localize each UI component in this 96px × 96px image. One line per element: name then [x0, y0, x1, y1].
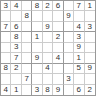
sudoku-cell-given: 9	[64, 11, 74, 21]
sudoku-cell-empty[interactable]	[11, 74, 21, 84]
sudoku-cell-given: 4	[53, 53, 63, 63]
sudoku-cell-given: 8	[32, 1, 42, 11]
sudoku-cell-empty[interactable]	[32, 74, 42, 84]
sudoku-cell-given: 4	[1, 85, 11, 95]
sudoku-cell-given: 8	[43, 85, 53, 95]
sudoku-cell-given: 5	[74, 64, 84, 74]
sudoku-cell-empty[interactable]	[53, 74, 63, 84]
sudoku-cell-given: 3	[11, 43, 21, 53]
sudoku-cell-empty[interactable]	[85, 43, 95, 53]
sudoku-cell-empty[interactable]	[74, 74, 84, 84]
sudoku-cell-given: 3	[64, 74, 74, 84]
sudoku-cell-empty[interactable]	[22, 32, 32, 42]
sudoku-cell-empty[interactable]	[53, 22, 63, 32]
sudoku-cell-empty[interactable]	[11, 11, 21, 21]
sudoku-cell-empty[interactable]	[64, 1, 74, 11]
sudoku-cell-empty[interactable]	[22, 53, 32, 63]
sudoku-cell-empty[interactable]	[53, 11, 63, 21]
sudoku-cell-empty[interactable]	[43, 74, 53, 84]
sudoku-cell-given: 8	[22, 11, 32, 21]
sudoku-cell-given: 9	[32, 53, 42, 63]
sudoku-cell-given: 1	[85, 1, 95, 11]
sudoku-cell-given: 7	[22, 74, 32, 84]
sudoku-cell-given: 3	[32, 85, 42, 95]
sudoku-cell-empty[interactable]	[53, 43, 63, 53]
sudoku-cell-given: 4	[43, 64, 53, 74]
sudoku-cell-given: 8	[11, 32, 21, 42]
sudoku-cell-given: 9	[43, 22, 53, 32]
sudoku-cell-given: 9	[85, 64, 95, 74]
sudoku-cell-given: 6	[53, 1, 63, 11]
sudoku-cell-empty[interactable]	[22, 85, 32, 95]
sudoku-cell-empty[interactable]	[85, 74, 95, 84]
sudoku-cell-empty[interactable]	[43, 53, 53, 63]
sudoku-cell-given: 1	[32, 32, 42, 42]
sudoku-cell-given: 6	[74, 85, 84, 95]
sudoku-cell-given: 7	[11, 53, 21, 63]
sudoku-cell-empty[interactable]	[85, 53, 95, 63]
sudoku-cell-empty[interactable]	[22, 22, 32, 32]
sudoku-cell-empty[interactable]	[1, 11, 11, 21]
sudoku-cell-given: 3	[1, 1, 11, 11]
sudoku-cell-empty[interactable]	[43, 43, 53, 53]
sudoku-cell-given: 7	[1, 22, 11, 32]
sudoku-board: 34826718976943812339794182459734138962	[0, 0, 96, 96]
sudoku-cell-empty[interactable]	[22, 64, 32, 74]
sudoku-cell-given: 9	[53, 85, 63, 95]
sudoku-cell-empty[interactable]	[64, 43, 74, 53]
sudoku-cell-given: 6	[11, 22, 21, 32]
sudoku-cell-given: 3	[74, 32, 84, 42]
sudoku-cell-empty[interactable]	[1, 53, 11, 63]
sudoku-cell-empty[interactable]	[85, 32, 95, 42]
sudoku-cell-given: 1	[74, 53, 84, 63]
sudoku-cell-empty[interactable]	[64, 53, 74, 63]
sudoku-cell-given: 3	[85, 22, 95, 32]
sudoku-cell-given: 7	[74, 1, 84, 11]
sudoku-cell-empty[interactable]	[64, 22, 74, 32]
sudoku-cell-empty[interactable]	[74, 11, 84, 21]
sudoku-cell-given: 2	[85, 85, 95, 95]
sudoku-cell-empty[interactable]	[64, 64, 74, 74]
sudoku-cell-empty[interactable]	[32, 22, 42, 32]
sudoku-cell-empty[interactable]	[32, 64, 42, 74]
sudoku-cell-empty[interactable]	[32, 11, 42, 21]
sudoku-cell-empty[interactable]	[64, 85, 74, 95]
sudoku-cell-given: 2	[11, 64, 21, 74]
sudoku-cell-empty[interactable]	[1, 32, 11, 42]
sudoku-cell-given: 4	[11, 1, 21, 11]
sudoku-cell-empty[interactable]	[43, 32, 53, 42]
sudoku-cell-given: 8	[1, 64, 11, 74]
sudoku-cell-empty[interactable]	[22, 1, 32, 11]
sudoku-cell-empty[interactable]	[1, 43, 11, 53]
sudoku-cell-given: 2	[43, 1, 53, 11]
sudoku-cell-empty[interactable]	[85, 11, 95, 21]
sudoku-cell-given: 2	[53, 32, 63, 42]
sudoku-cell-empty[interactable]	[43, 11, 53, 21]
sudoku-cell-empty[interactable]	[32, 43, 42, 53]
sudoku-cell-empty[interactable]	[53, 64, 63, 74]
sudoku-cell-given: 1	[11, 85, 21, 95]
sudoku-cell-given: 9	[74, 43, 84, 53]
sudoku-cell-empty[interactable]	[1, 74, 11, 84]
sudoku-cell-given: 4	[74, 22, 84, 32]
sudoku-cell-empty[interactable]	[22, 43, 32, 53]
sudoku-cell-empty[interactable]	[64, 32, 74, 42]
